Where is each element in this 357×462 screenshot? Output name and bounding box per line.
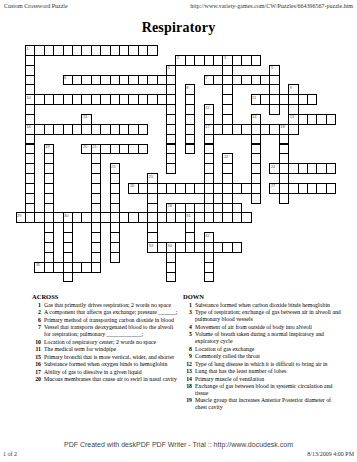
grid-cell[interactable] (326, 114, 336, 125)
clue-item: 12Type of lung disease in which it is di… (183, 361, 341, 368)
cell-number: 8 (186, 85, 188, 90)
clue-item: 16Substance formed when oxygen binds to … (32, 361, 180, 368)
cell-number: 12 (205, 105, 209, 110)
grid-cell[interactable] (279, 193, 289, 204)
clue-item: 13Lung that has the least number of lobe… (183, 368, 341, 375)
page-url: http://www.variety-games.com/CW/Puzzles/… (190, 3, 353, 9)
cell-number: 2 (177, 55, 179, 60)
clue-number: 18 (183, 383, 192, 397)
clue-number: 8 (183, 346, 192, 353)
grid-cell[interactable] (91, 262, 101, 273)
clue-number: 17 (32, 369, 41, 376)
puzzle-title: Respiratory (0, 20, 357, 36)
clue-text: Lung that has the least number of lobes (195, 368, 341, 375)
cell-number: 23 (111, 164, 115, 169)
cell-number: 30 (64, 213, 68, 218)
grid-cell[interactable] (63, 272, 73, 283)
clue-number: 1 (32, 302, 41, 309)
cell-number: 5 (271, 65, 273, 70)
grid-cell[interactable] (166, 163, 176, 174)
clue-item: 11The medical term for windpipe (32, 346, 180, 353)
timestamp: 8/13/2009 4:00 PM (307, 451, 354, 457)
down-header: DOWN (183, 293, 341, 300)
clue-text: Primary muscle of ventilation (195, 376, 341, 383)
clue-text: Volume of breath taken during a normal i… (195, 331, 341, 345)
cell-number: 14 (252, 114, 256, 119)
grid-cell[interactable] (251, 193, 261, 204)
clue-text: Muscle group that increases Anterior Pos… (195, 397, 341, 411)
clue-number: 6 (32, 317, 41, 324)
cell-number: 7 (205, 75, 207, 80)
clue-text: Substance formed when carbon dioxide bin… (195, 302, 341, 309)
clue-item: 20Mucous membranes that cause air to swi… (32, 376, 180, 383)
clue-number: 12 (183, 361, 192, 368)
grid-cell[interactable] (269, 104, 279, 115)
grid-cell[interactable] (326, 163, 336, 174)
grid-cell[interactable] (185, 144, 195, 155)
cell-number: 10 (26, 95, 30, 100)
clue-item: 18Exchange of gas between blood in syste… (183, 383, 341, 397)
cell-number: 31 (186, 213, 190, 218)
clue-text: Primary method of transporting carbon di… (44, 317, 180, 324)
clue-item: 1Substance formed when carbon dioxide bi… (183, 302, 341, 309)
cell-number: 32 (205, 233, 209, 238)
clue-item: 3Type of respiration; exchange of gas be… (183, 309, 341, 323)
grid-cell[interactable] (204, 272, 214, 283)
cell-number: 28 (167, 203, 171, 208)
page-number: 1 of 2 (3, 451, 17, 457)
clue-number: 19 (183, 397, 192, 411)
cell-number: 35 (36, 262, 40, 267)
clue-number: 14 (183, 376, 192, 383)
cell-number: 21 (92, 144, 96, 149)
cell-number: 15 (290, 114, 294, 119)
cell-number: 4 (167, 65, 169, 70)
grid-cell[interactable] (251, 55, 261, 66)
clue-number: 1 (183, 302, 192, 309)
clue-item: 5Volume of breath taken during a normal … (183, 331, 341, 345)
across-clues: ACROSS 1Gas that primarily drives respir… (32, 293, 180, 383)
clue-number: 5 (183, 331, 192, 345)
clue-text: Exchange of gas between blood in systemi… (195, 383, 341, 397)
grid-cell[interactable] (138, 124, 148, 135)
clue-number: 15 (32, 354, 41, 361)
clue-number: 10 (32, 339, 41, 346)
across-header: ACROSS (32, 293, 180, 300)
clue-text: Mucous membranes that cause air to swirl… (44, 376, 180, 383)
cell-number: 11 (252, 95, 256, 100)
cell-number: 1 (26, 46, 28, 51)
cell-number: 26 (130, 183, 134, 188)
cell-number: 29 (17, 213, 21, 218)
clue-text: Gas that primarily drives respiration; 2… (44, 302, 180, 309)
clue-number: 3 (183, 309, 192, 323)
clue-number: 9 (183, 353, 192, 360)
grid-cell[interactable] (232, 242, 242, 253)
cell-number: 27 (271, 183, 275, 188)
clue-text: Ability of gas to dissolve in a given li… (44, 369, 180, 376)
cell-number: 22 (224, 154, 228, 159)
clue-item: 9Commonly called the throat (183, 353, 341, 360)
clue-number: 16 (32, 361, 41, 368)
clue-number: 7 (32, 324, 41, 338)
clue-text: Location of respiratory center; 2 words … (44, 339, 180, 346)
clue-text: Substance formed when oxygen binds to he… (44, 361, 180, 368)
clue-text: Type of respiration; exchange of gas bet… (195, 309, 341, 323)
clue-item: 2A component that affects gas exchange; … (32, 309, 180, 316)
cell-number: 24 (271, 164, 275, 169)
grid-cell[interactable] (307, 94, 317, 105)
clue-text: Primary bronchi that is more vertical, w… (44, 354, 180, 361)
cell-number: 9 (290, 85, 292, 90)
document-title: Custom Crossword Puzzle (4, 3, 68, 9)
clue-item: 10Location of respiratory center; 2 word… (32, 339, 180, 346)
clue-number: 4 (183, 324, 192, 331)
down-clues: DOWN 1Substance formed when carbon dioxi… (183, 293, 341, 412)
grid-cell[interactable] (288, 124, 298, 135)
cell-number: 13 (83, 114, 87, 119)
across-list: 1Gas that primarily drives respiration; … (32, 302, 180, 383)
clue-item: 1Gas that primarily drives respiration; … (32, 302, 180, 309)
clue-text: Movement of air from outside of body int… (195, 324, 341, 331)
cell-number: 17 (205, 124, 209, 129)
clue-item: 14Primary muscle of ventilation (183, 376, 341, 383)
clue-number: 2 (32, 309, 41, 316)
cell-number: 25 (149, 174, 153, 179)
cell-number: 18 (280, 124, 284, 129)
clue-text: Type of lung disease in which it is diff… (195, 361, 341, 368)
grid-cell[interactable] (147, 45, 157, 56)
pdf-watermark: PDF Created with deskPDF PDF Writer - Tr… (0, 441, 357, 448)
clue-item: 4Movement of air from outside of body in… (183, 324, 341, 331)
clue-number: 13 (183, 368, 192, 375)
clue-item: 6Primary method of transporting carbon d… (32, 317, 180, 324)
grid-cell[interactable] (241, 212, 251, 223)
clue-item: 15Primary bronchi that is more vertical,… (32, 354, 180, 361)
clue-text: Vessel that transports deoxygenated bloo… (44, 324, 180, 338)
cell-number: 16 (26, 124, 30, 129)
grid-cell[interactable] (166, 272, 176, 283)
clue-item: 17Ability of gas to dissolve in a given … (32, 369, 180, 376)
clue-item: 19Muscle group that increases Anterior P… (183, 397, 341, 411)
crossword-grid: 1234567891011121314151617181920212223242… (16, 45, 357, 283)
down-list: 1Substance formed when carbon dioxide bi… (183, 302, 341, 411)
clue-item: 8Location of gas exchange (183, 346, 341, 353)
cell-number: 3 (224, 55, 226, 60)
cell-number: 20 (83, 144, 87, 149)
cell-number: 19 (45, 144, 49, 149)
grid-cell[interactable] (110, 252, 120, 263)
clue-number: 20 (32, 376, 41, 383)
grid-cell[interactable] (138, 144, 148, 155)
clue-item: 7Vessel that transports deoxygenated blo… (32, 324, 180, 338)
cell-number: 33 (149, 243, 153, 248)
cell-number: 6 (64, 75, 66, 80)
clue-number: 11 (32, 346, 41, 353)
grid-cell[interactable] (326, 183, 336, 194)
clue-text: A component that affects gas exchange; p… (44, 309, 180, 316)
clue-text: The medical term for windpipe (44, 346, 180, 353)
clue-text: Commonly called the throat (195, 353, 341, 360)
cell-number: 34 (167, 243, 171, 248)
clue-text: Location of gas exchange (195, 346, 341, 353)
